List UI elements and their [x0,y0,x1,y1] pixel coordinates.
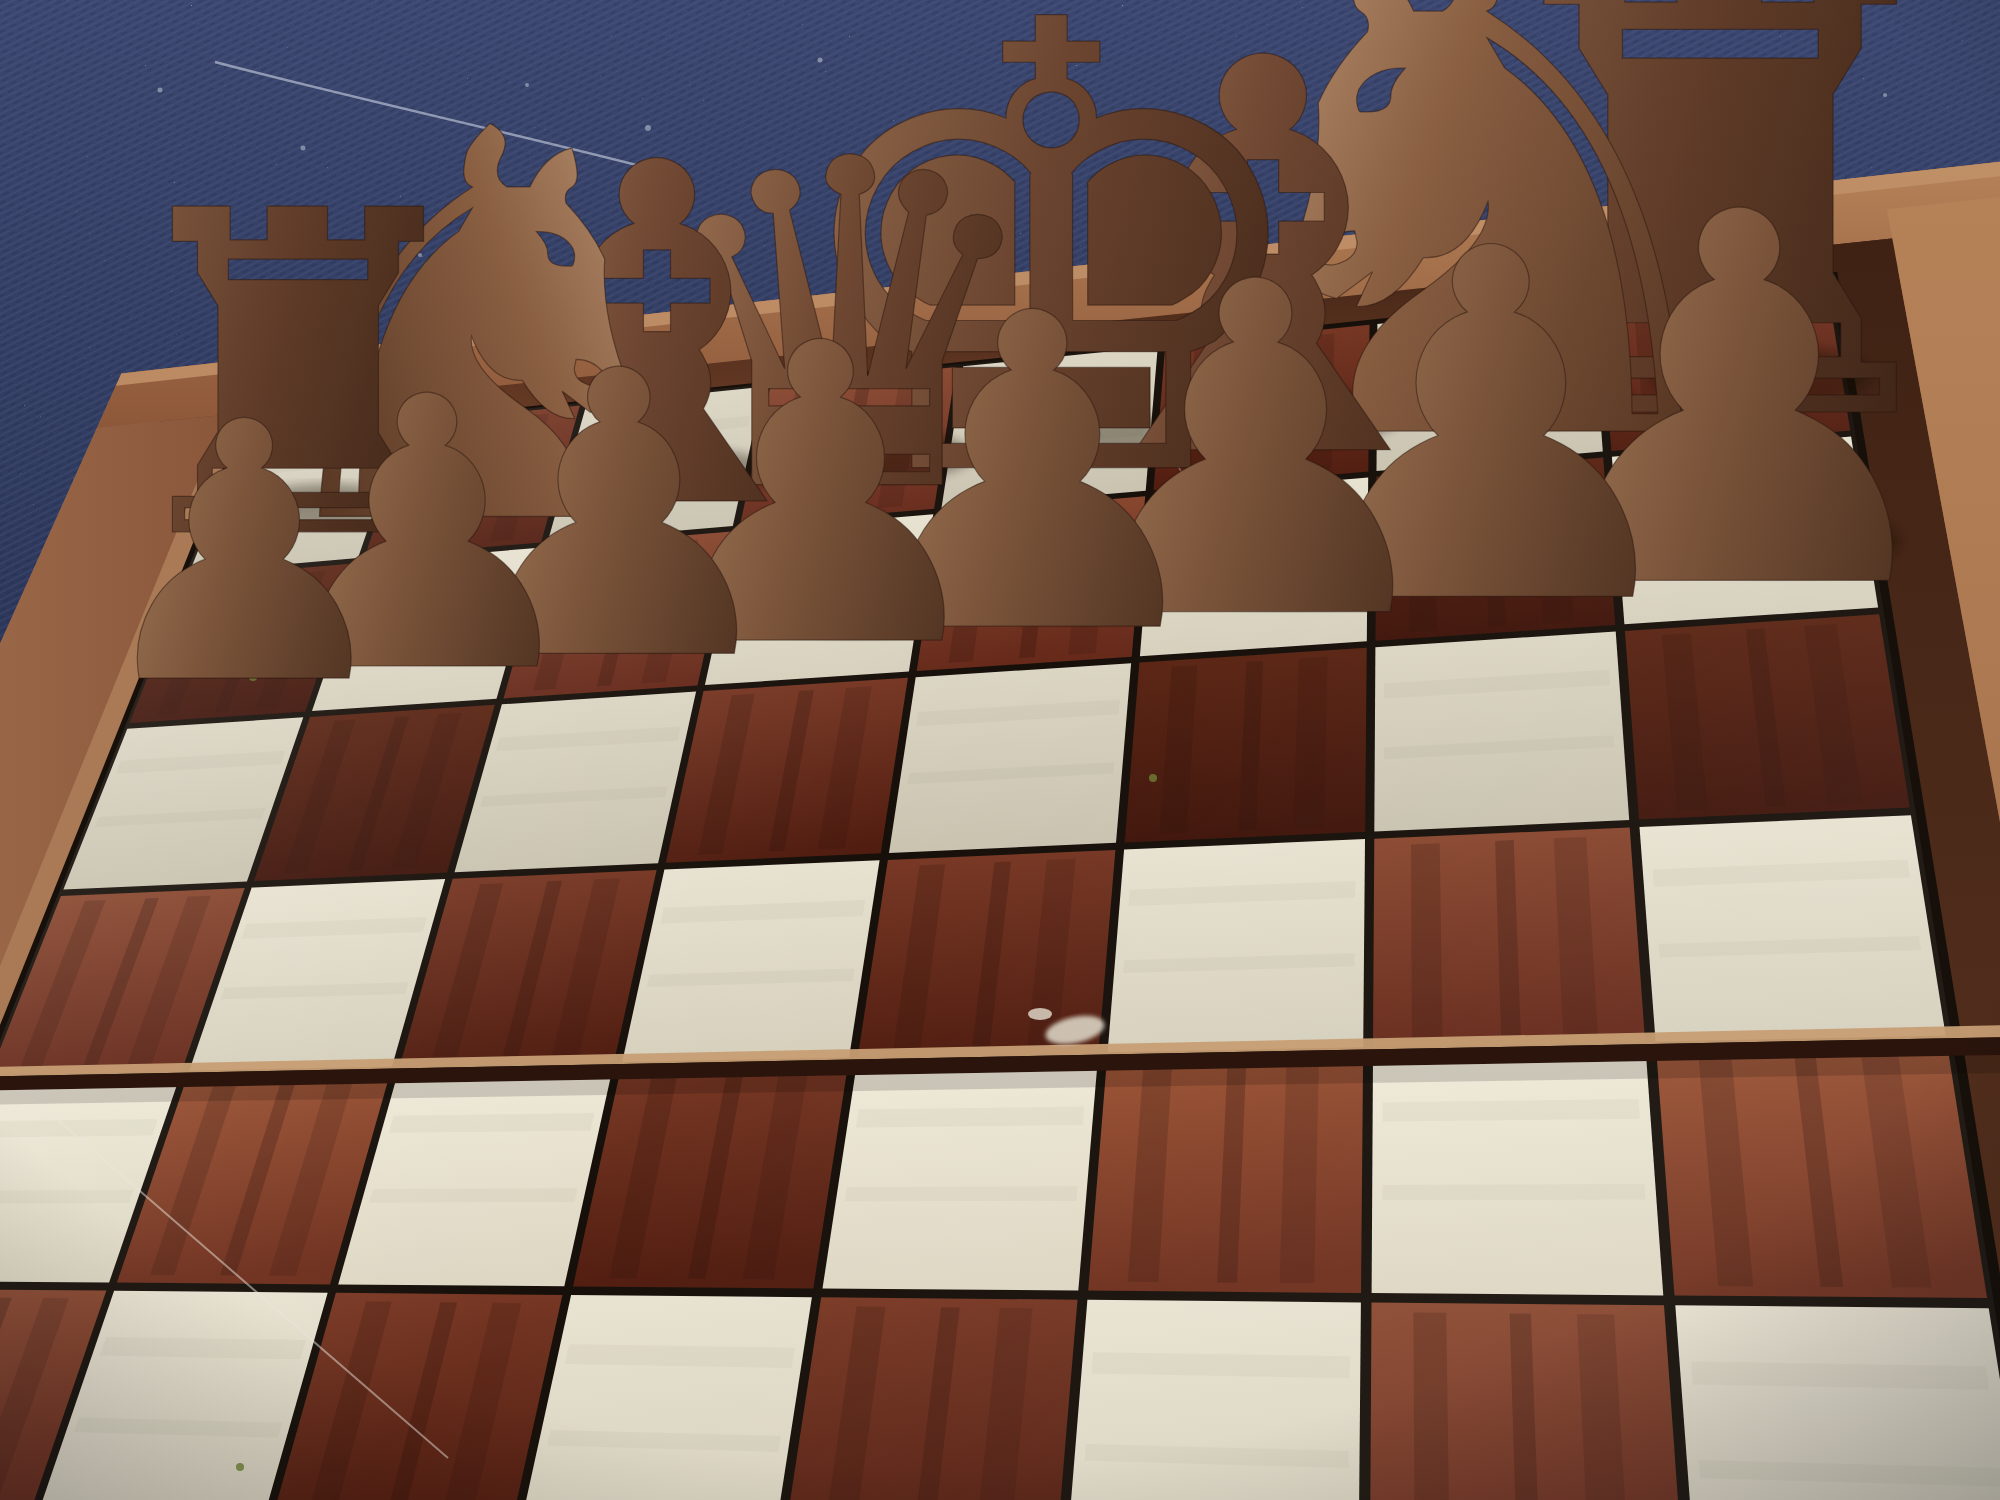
vignette-overlay [0,0,2000,1500]
chessboard-photo-scene: ♜♞♝♚♛♝♞♜♟♟♟♟♟♟♟♟ [0,0,2000,1500]
chessboard-photo: ♜♞♝♚♛♝♞♜♟♟♟♟♟♟♟♟ [0,0,2000,1500]
